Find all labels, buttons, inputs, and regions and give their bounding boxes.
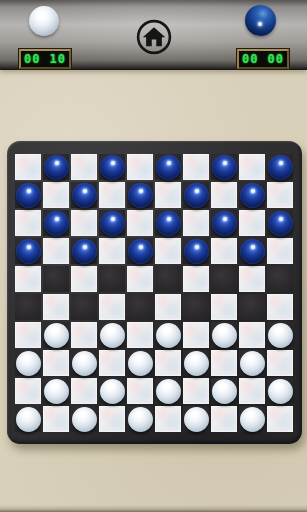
square-dark[interactable] <box>155 378 181 404</box>
blue-clock-min: 00 <box>242 51 258 67</box>
screen-bottom-edge <box>0 505 307 512</box>
square-light <box>155 406 181 432</box>
square-dark[interactable] <box>239 406 265 432</box>
square-dark[interactable] <box>71 406 97 432</box>
square-light <box>127 378 153 404</box>
square-light <box>267 294 293 320</box>
piece-blue[interactable] <box>184 239 209 264</box>
piece-blue[interactable] <box>156 155 181 180</box>
square-light <box>239 154 265 180</box>
square-dark[interactable] <box>239 182 265 208</box>
square-light <box>43 406 69 432</box>
piece-white[interactable] <box>268 323 293 348</box>
piece-white[interactable] <box>72 407 97 432</box>
square-dark[interactable] <box>183 182 209 208</box>
square-light <box>155 182 181 208</box>
square-light <box>71 322 97 348</box>
piece-white[interactable] <box>212 323 237 348</box>
square-light <box>267 406 293 432</box>
white-clock-digits: 00 10 <box>21 51 69 67</box>
square-dark[interactable] <box>99 322 125 348</box>
square-light <box>99 350 125 376</box>
board <box>7 141 302 444</box>
square-light <box>71 154 97 180</box>
piece-blue[interactable] <box>16 183 41 208</box>
square-dark[interactable] <box>15 182 41 208</box>
piece-blue[interactable] <box>240 183 265 208</box>
piece-blue[interactable] <box>44 155 69 180</box>
square-light <box>71 210 97 236</box>
square-dark[interactable] <box>15 406 41 432</box>
piece-white[interactable] <box>268 379 293 404</box>
piece-blue[interactable] <box>100 155 125 180</box>
square-light <box>183 266 209 292</box>
piece-blue[interactable] <box>72 239 97 264</box>
square-light <box>15 378 41 404</box>
piece-white[interactable] <box>240 351 265 376</box>
square-light <box>15 266 41 292</box>
square-dark[interactable] <box>155 266 181 292</box>
square-light <box>183 210 209 236</box>
piece-blue[interactable] <box>72 183 97 208</box>
square-light <box>155 350 181 376</box>
square-light <box>99 294 125 320</box>
piece-white[interactable] <box>100 379 125 404</box>
app-screen: 8888 00 10 8888 00 00 <box>0 0 307 512</box>
square-dark[interactable] <box>71 238 97 264</box>
square-light <box>15 322 41 348</box>
square-light <box>127 210 153 236</box>
piece-blue[interactable] <box>212 155 237 180</box>
piece-white[interactable] <box>72 351 97 376</box>
board-grid <box>15 154 293 432</box>
piece-blue[interactable] <box>44 211 69 236</box>
square-light <box>155 294 181 320</box>
white-clock-sec: 10 <box>50 51 66 67</box>
square-dark[interactable] <box>183 406 209 432</box>
square-light <box>71 266 97 292</box>
square-light <box>183 322 209 348</box>
square-dark[interactable] <box>43 266 69 292</box>
square-light <box>267 350 293 376</box>
square-dark[interactable] <box>183 350 209 376</box>
square-light <box>99 182 125 208</box>
square-dark[interactable] <box>267 266 293 292</box>
square-light <box>99 238 125 264</box>
square-light <box>127 154 153 180</box>
square-light <box>43 238 69 264</box>
square-light <box>127 322 153 348</box>
square-light <box>211 406 237 432</box>
square-light <box>43 182 69 208</box>
white-clock-min: 00 <box>24 51 40 67</box>
square-light <box>99 406 125 432</box>
square-dark[interactable] <box>15 294 41 320</box>
square-light <box>71 378 97 404</box>
blue-clock-digits: 00 00 <box>239 51 287 67</box>
home-button[interactable] <box>136 19 172 55</box>
square-dark[interactable] <box>267 210 293 236</box>
piece-blue[interactable] <box>128 239 153 264</box>
square-light <box>15 210 41 236</box>
square-dark[interactable] <box>267 322 293 348</box>
square-dark[interactable] <box>99 154 125 180</box>
square-dark[interactable] <box>183 294 209 320</box>
square-dark[interactable] <box>211 210 237 236</box>
piece-white[interactable] <box>16 407 41 432</box>
square-dark[interactable] <box>183 238 209 264</box>
piece-white[interactable] <box>100 323 125 348</box>
square-light <box>183 378 209 404</box>
square-dark[interactable] <box>267 378 293 404</box>
square-dark[interactable] <box>211 266 237 292</box>
square-dark[interactable] <box>43 322 69 348</box>
square-light <box>211 182 237 208</box>
square-light <box>239 210 265 236</box>
square-dark[interactable] <box>71 182 97 208</box>
square-dark[interactable] <box>127 182 153 208</box>
piece-white[interactable] <box>184 407 209 432</box>
square-dark[interactable] <box>239 350 265 376</box>
square-light <box>43 294 69 320</box>
square-dark[interactable] <box>43 154 69 180</box>
piece-blue[interactable] <box>184 183 209 208</box>
square-light <box>239 322 265 348</box>
piece-blue[interactable] <box>156 211 181 236</box>
square-light <box>43 350 69 376</box>
square-light <box>211 350 237 376</box>
square-dark[interactable] <box>239 238 265 264</box>
square-dark[interactable] <box>99 378 125 404</box>
piece-white[interactable] <box>156 323 181 348</box>
piece-white[interactable] <box>128 407 153 432</box>
piece-white[interactable] <box>184 351 209 376</box>
square-dark[interactable] <box>155 210 181 236</box>
top-bar: 8888 00 10 8888 00 00 <box>0 0 307 70</box>
piece-white[interactable] <box>44 323 69 348</box>
piece-blue[interactable] <box>268 211 293 236</box>
square-dark[interactable] <box>127 294 153 320</box>
square-dark[interactable] <box>99 266 125 292</box>
piece-blue[interactable] <box>128 183 153 208</box>
square-dark[interactable] <box>127 238 153 264</box>
square-light <box>155 238 181 264</box>
blue-clock-sec: 00 <box>268 51 284 67</box>
home-icon <box>136 43 172 58</box>
square-light <box>239 266 265 292</box>
square-dark[interactable] <box>239 294 265 320</box>
piece-blue[interactable] <box>16 239 41 264</box>
piece-white[interactable] <box>156 379 181 404</box>
square-dark[interactable] <box>155 154 181 180</box>
blue-player-ball <box>245 5 276 36</box>
piece-blue[interactable] <box>240 239 265 264</box>
square-dark[interactable] <box>127 406 153 432</box>
square-light <box>267 238 293 264</box>
square-dark[interactable] <box>155 322 181 348</box>
square-dark[interactable] <box>15 238 41 264</box>
square-dark[interactable] <box>127 350 153 376</box>
square-light <box>211 238 237 264</box>
square-dark[interactable] <box>71 294 97 320</box>
square-light <box>183 154 209 180</box>
square-dark[interactable] <box>15 350 41 376</box>
square-light <box>239 378 265 404</box>
square-dark[interactable] <box>211 378 237 404</box>
square-dark[interactable] <box>99 210 125 236</box>
piece-blue[interactable] <box>268 155 293 180</box>
square-light <box>211 294 237 320</box>
square-light <box>127 266 153 292</box>
piece-white[interactable] <box>240 407 265 432</box>
square-light <box>267 182 293 208</box>
piece-white[interactable] <box>44 379 69 404</box>
piece-blue[interactable] <box>100 211 125 236</box>
square-dark[interactable] <box>211 154 237 180</box>
square-dark[interactable] <box>43 378 69 404</box>
white-player-ball <box>29 6 59 36</box>
piece-white[interactable] <box>128 351 153 376</box>
white-clock: 8888 00 10 <box>19 49 71 69</box>
square-dark[interactable] <box>71 350 97 376</box>
square-dark[interactable] <box>267 154 293 180</box>
piece-blue[interactable] <box>212 211 237 236</box>
blue-clock: 8888 00 00 <box>237 49 289 69</box>
piece-white[interactable] <box>212 379 237 404</box>
square-dark[interactable] <box>43 210 69 236</box>
piece-white[interactable] <box>16 351 41 376</box>
square-dark[interactable] <box>211 322 237 348</box>
square-light <box>15 154 41 180</box>
